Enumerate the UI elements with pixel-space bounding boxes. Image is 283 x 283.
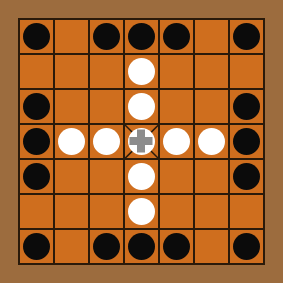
attacker-piece[interactable] bbox=[233, 128, 260, 155]
cell-e1[interactable] bbox=[160, 230, 193, 263]
cell-d4[interactable] bbox=[125, 125, 158, 158]
cell-b4[interactable] bbox=[55, 125, 88, 158]
cell-c4[interactable] bbox=[90, 125, 123, 158]
defender-piece[interactable] bbox=[58, 128, 85, 155]
cell-a4[interactable] bbox=[20, 125, 53, 158]
cell-c7[interactable] bbox=[90, 20, 123, 53]
cell-c6[interactable] bbox=[90, 55, 123, 88]
cell-a5[interactable] bbox=[20, 90, 53, 123]
attacker-piece[interactable] bbox=[23, 128, 50, 155]
attacker-piece[interactable] bbox=[163, 233, 190, 260]
attacker-piece[interactable] bbox=[128, 233, 155, 260]
attacker-piece[interactable] bbox=[128, 23, 155, 50]
cell-g5[interactable] bbox=[230, 90, 263, 123]
cell-d6[interactable] bbox=[125, 55, 158, 88]
cell-f5[interactable] bbox=[195, 90, 228, 123]
cell-a2[interactable] bbox=[20, 195, 53, 228]
cell-d2[interactable] bbox=[125, 195, 158, 228]
cell-g3[interactable] bbox=[230, 160, 263, 193]
defender-piece[interactable] bbox=[128, 58, 155, 85]
attacker-piece[interactable] bbox=[93, 233, 120, 260]
defender-piece[interactable] bbox=[128, 163, 155, 190]
attacker-piece[interactable] bbox=[23, 163, 50, 190]
cell-b5[interactable] bbox=[55, 90, 88, 123]
cell-b7[interactable] bbox=[55, 20, 88, 53]
cell-f7[interactable] bbox=[195, 20, 228, 53]
cell-c2[interactable] bbox=[90, 195, 123, 228]
cell-a3[interactable] bbox=[20, 160, 53, 193]
cell-g6[interactable] bbox=[230, 55, 263, 88]
cell-g7[interactable] bbox=[230, 20, 263, 53]
cell-a6[interactable] bbox=[20, 55, 53, 88]
cell-f1[interactable] bbox=[195, 230, 228, 263]
cell-e2[interactable] bbox=[160, 195, 193, 228]
attacker-piece[interactable] bbox=[93, 23, 120, 50]
cell-b2[interactable] bbox=[55, 195, 88, 228]
cell-e5[interactable] bbox=[160, 90, 193, 123]
cell-d1[interactable] bbox=[125, 230, 158, 263]
cell-f2[interactable] bbox=[195, 195, 228, 228]
cell-e6[interactable] bbox=[160, 55, 193, 88]
defender-piece[interactable] bbox=[93, 128, 120, 155]
cell-a7[interactable] bbox=[20, 20, 53, 53]
cell-e4[interactable] bbox=[160, 125, 193, 158]
cell-f4[interactable] bbox=[195, 125, 228, 158]
cell-c3[interactable] bbox=[90, 160, 123, 193]
cell-f6[interactable] bbox=[195, 55, 228, 88]
attacker-piece[interactable] bbox=[233, 23, 260, 50]
attacker-piece[interactable] bbox=[23, 93, 50, 120]
cell-d3[interactable] bbox=[125, 160, 158, 193]
cell-c5[interactable] bbox=[90, 90, 123, 123]
attacker-piece[interactable] bbox=[233, 233, 260, 260]
attacker-piece[interactable] bbox=[23, 233, 50, 260]
cell-f3[interactable] bbox=[195, 160, 228, 193]
cell-b6[interactable] bbox=[55, 55, 88, 88]
tafl-board bbox=[18, 18, 265, 265]
defender-piece[interactable] bbox=[128, 198, 155, 225]
defender-piece[interactable] bbox=[163, 128, 190, 155]
cell-b1[interactable] bbox=[55, 230, 88, 263]
cell-e3[interactable] bbox=[160, 160, 193, 193]
cell-d5[interactable] bbox=[125, 90, 158, 123]
defender-piece[interactable] bbox=[128, 93, 155, 120]
cell-g2[interactable] bbox=[230, 195, 263, 228]
attacker-piece[interactable] bbox=[23, 23, 50, 50]
cell-a1[interactable] bbox=[20, 230, 53, 263]
cell-e7[interactable] bbox=[160, 20, 193, 53]
attacker-piece[interactable] bbox=[233, 163, 260, 190]
cell-g4[interactable] bbox=[230, 125, 263, 158]
cell-g1[interactable] bbox=[230, 230, 263, 263]
cell-d7[interactable] bbox=[125, 20, 158, 53]
cell-b3[interactable] bbox=[55, 160, 88, 193]
defender-piece[interactable] bbox=[198, 128, 225, 155]
attacker-piece[interactable] bbox=[163, 23, 190, 50]
king-piece[interactable] bbox=[128, 128, 155, 155]
cell-c1[interactable] bbox=[90, 230, 123, 263]
attacker-piece[interactable] bbox=[233, 93, 260, 120]
game-background bbox=[0, 0, 283, 283]
